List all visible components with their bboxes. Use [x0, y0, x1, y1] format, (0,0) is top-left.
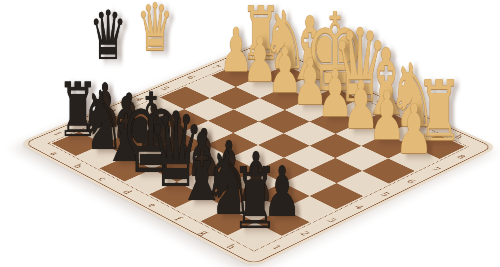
piece-black-queen-offboard: ♛ — [89, 2, 127, 70]
vinyl-roll-up-board: aa11bb22cc33dd44ee55ff66gg77hh88 — [18, 41, 499, 267]
projection-probe — [165, 61, 168, 62]
board-grid — [52, 54, 465, 249]
piece-camel-queen-offboard: ♛ — [137, 0, 174, 60]
chess-set-product-photo: aa11bb22cc33dd44ee55ff66gg77hh88 ♜♞♝♚♛♝♞… — [0, 0, 500, 267]
